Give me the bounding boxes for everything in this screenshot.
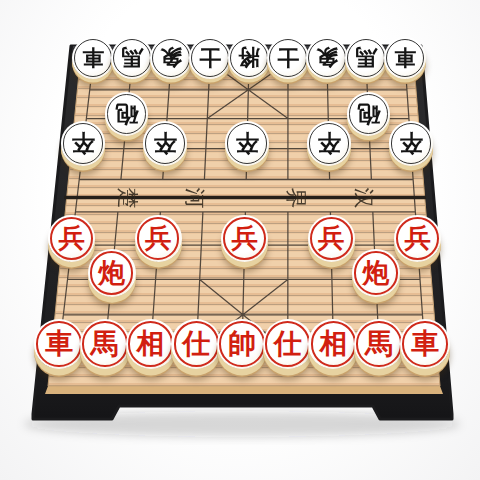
piece-character: 帥 — [217, 319, 267, 369]
piece-black-soldier[interactable]: 卒 — [143, 121, 187, 165]
piece-character: 兵 — [308, 215, 355, 262]
piece-black-advisor[interactable]: 士 — [267, 37, 309, 79]
product-photo: 楚河界汉 車馬象士將士象馬車砲砲卒卒卒卒卒兵兵兵兵兵炮炮車馬相仕帥仕相馬車 — [0, 0, 480, 480]
piece-red-chariot[interactable]: 車 — [34, 319, 84, 369]
piece-character: 砲 — [347, 92, 391, 136]
piece-red-horse[interactable]: 馬 — [80, 319, 130, 369]
piece-black-soldier[interactable]: 卒 — [225, 121, 269, 165]
piece-character: 象 — [306, 37, 348, 79]
piece-red-elephant[interactable]: 相 — [308, 319, 358, 369]
piece-character: 兵 — [135, 215, 182, 262]
piece-black-general[interactable]: 將 — [228, 37, 270, 79]
piece-character: 兵 — [221, 215, 268, 262]
piece-black-elephant[interactable]: 象 — [306, 37, 348, 79]
piece-character: 炮 — [352, 249, 400, 297]
piece-character: 車 — [72, 37, 114, 79]
piece-black-soldier[interactable]: 卒 — [61, 121, 105, 165]
piece-character: 馬 — [111, 37, 153, 79]
piece-character: 士 — [267, 37, 309, 79]
piece-black-cannon[interactable]: 砲 — [347, 92, 391, 136]
piece-red-soldier[interactable]: 兵 — [135, 215, 182, 262]
piece-red-soldier[interactable]: 兵 — [308, 215, 355, 262]
piece-character: 相 — [126, 319, 176, 369]
piece-black-soldier[interactable]: 卒 — [307, 121, 351, 165]
piece-character: 士 — [189, 37, 231, 79]
piece-red-soldier[interactable]: 兵 — [394, 215, 441, 262]
piece-black-horse[interactable]: 馬 — [345, 37, 387, 79]
piece-character: 砲 — [105, 92, 149, 136]
piece-black-elephant[interactable]: 象 — [150, 37, 192, 79]
piece-red-elephant[interactable]: 相 — [126, 319, 176, 369]
piece-black-cannon[interactable]: 砲 — [105, 92, 149, 136]
piece-character: 馬 — [354, 319, 404, 369]
piece-red-cannon[interactable]: 炮 — [352, 249, 400, 297]
piece-red-soldier[interactable]: 兵 — [221, 215, 268, 262]
piece-character: 兵 — [394, 215, 441, 262]
piece-character: 仕 — [171, 319, 221, 369]
piece-black-soldier[interactable]: 卒 — [389, 121, 433, 165]
piece-red-chariot[interactable]: 車 — [400, 319, 450, 369]
piece-character: 仕 — [263, 319, 313, 369]
piece-black-chariot[interactable]: 車 — [72, 37, 114, 79]
board-wood-edge — [45, 386, 443, 394]
piece-character: 馬 — [345, 37, 387, 79]
piece-character: 卒 — [389, 121, 433, 165]
piece-character: 卒 — [225, 121, 269, 165]
piece-red-horse[interactable]: 馬 — [354, 319, 404, 369]
piece-character: 車 — [400, 319, 450, 369]
piece-character: 炮 — [88, 249, 136, 297]
piece-character: 象 — [150, 37, 192, 79]
piece-black-advisor[interactable]: 士 — [189, 37, 231, 79]
piece-character: 卒 — [61, 121, 105, 165]
piece-red-general[interactable]: 帥 — [217, 319, 267, 369]
piece-character: 卒 — [143, 121, 187, 165]
piece-red-advisor[interactable]: 仕 — [263, 319, 313, 369]
piece-character: 相 — [308, 319, 358, 369]
piece-black-horse[interactable]: 馬 — [111, 37, 153, 79]
piece-character: 卒 — [307, 121, 351, 165]
piece-red-cannon[interactable]: 炮 — [88, 249, 136, 297]
piece-character: 將 — [228, 37, 270, 79]
piece-black-chariot[interactable]: 車 — [384, 37, 426, 79]
piece-character: 馬 — [80, 319, 130, 369]
piece-red-advisor[interactable]: 仕 — [171, 319, 221, 369]
piece-character: 車 — [384, 37, 426, 79]
piece-character: 車 — [34, 319, 84, 369]
